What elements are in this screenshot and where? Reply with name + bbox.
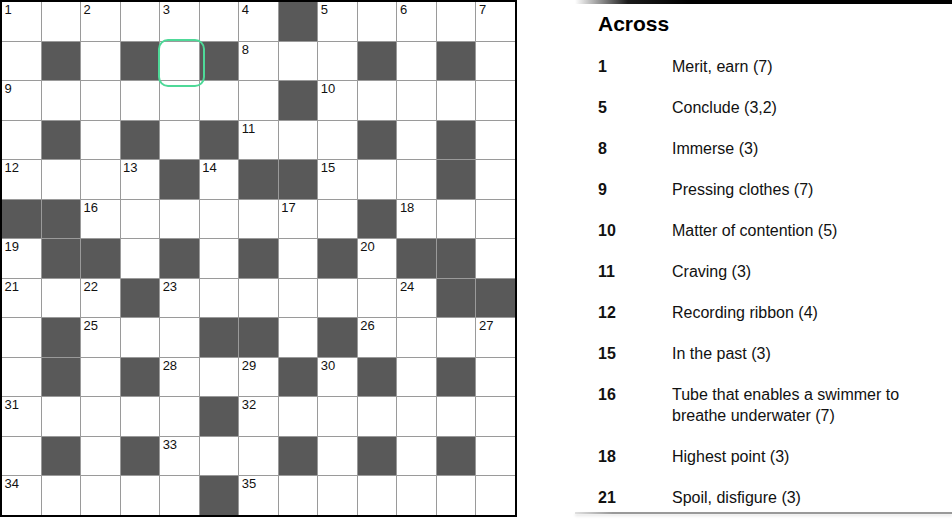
grid-cell-r6c9[interactable] <box>318 200 357 239</box>
grid-cell-r2c1[interactable] <box>2 42 41 81</box>
grid-cell-r7c11 <box>397 239 436 278</box>
grid-cell-r3c1[interactable]: 9 <box>2 81 41 120</box>
crossword-board: 1234567891011121314151617181920212223242… <box>0 0 517 517</box>
cell-number: 23 <box>163 280 177 294</box>
grid-cell-r7c8[interactable] <box>279 239 318 278</box>
grid-cell-r10c4 <box>121 358 160 397</box>
grid-cell-r12c3[interactable] <box>81 437 120 476</box>
cell-number: 10 <box>321 82 335 96</box>
grid-cell-r10c5[interactable]: 28 <box>160 358 199 397</box>
grid-cell-r8c6[interactable] <box>200 279 239 318</box>
cell-number: 28 <box>163 359 177 373</box>
cell-number: 18 <box>400 201 414 215</box>
grid-cell-r4c5[interactable] <box>160 121 199 160</box>
grid-cell-r3c6[interactable] <box>200 81 239 120</box>
clue-item-5[interactable]: 5Conclude (3,2) <box>598 97 952 118</box>
cell-number: 29 <box>242 359 256 373</box>
grid-cell-r10c12 <box>437 358 476 397</box>
grid-cell-r12c2 <box>42 437 81 476</box>
cell-number: 6 <box>400 3 407 17</box>
grid-cell-r2c8[interactable] <box>279 42 318 81</box>
cell-number: 22 <box>84 280 98 294</box>
grid-cell-r5c1[interactable]: 12 <box>2 160 41 199</box>
grid-cell-r11c5[interactable] <box>160 397 199 436</box>
grid-cell-r3c8 <box>279 81 318 120</box>
grid-cell-r7c13[interactable] <box>476 239 515 278</box>
panel-bottom-border <box>575 512 952 514</box>
grid-cell-r6c6[interactable] <box>200 200 239 239</box>
clue-item-1[interactable]: 1Merit, earn (7) <box>598 56 952 77</box>
clue-number: 10 <box>598 220 672 241</box>
grid-cell-r12c6[interactable] <box>200 437 239 476</box>
grid-cell-r1c11[interactable]: 6 <box>397 2 436 41</box>
grid-cell-r9c7 <box>239 318 278 357</box>
grid-cell-r9c9 <box>318 318 357 357</box>
cell-number: 30 <box>321 359 335 373</box>
grid-cell-r9c5[interactable] <box>160 318 199 357</box>
grid-cell-r10c6[interactable] <box>200 358 239 397</box>
grid-cell-r9c4[interactable] <box>121 318 160 357</box>
clue-text: Highest point (3) <box>672 446 944 467</box>
grid-cell-r13c12[interactable] <box>437 476 476 515</box>
grid-cell-r7c10[interactable]: 20 <box>358 239 397 278</box>
grid-cell-r6c1 <box>2 200 41 239</box>
clue-text: Pressing clothes (7) <box>672 179 944 200</box>
grid-cell-r4c8[interactable] <box>279 121 318 160</box>
grid-cell-r4c4 <box>121 121 160 160</box>
grid-cell-r3c2[interactable] <box>42 81 81 120</box>
clues-panel: Across 1Merit, earn (7)5Conclude (3,2)8I… <box>575 0 952 519</box>
clue-text: Recording ribbon (4) <box>672 302 944 323</box>
grid-cell-r10c11[interactable] <box>397 358 436 397</box>
cell-number: 25 <box>84 319 98 333</box>
grid-cell-r12c8 <box>279 437 318 476</box>
grid-cell-r8c7[interactable] <box>239 279 278 318</box>
grid-cell-r11c2[interactable] <box>42 397 81 436</box>
clue-number: 5 <box>598 97 672 118</box>
grid-cell-r3c12[interactable] <box>437 81 476 120</box>
grid-cell-r12c5[interactable]: 33 <box>160 437 199 476</box>
grid-cell-r4c6 <box>200 121 239 160</box>
cell-number: 33 <box>163 438 177 452</box>
cell-number: 20 <box>360 240 374 254</box>
grid-cell-r12c11[interactable] <box>397 437 436 476</box>
grid-cell-r3c11[interactable] <box>397 81 436 120</box>
clue-text: Craving (3) <box>672 261 944 282</box>
cell-number: 12 <box>5 161 19 175</box>
grid-cell-r13c7[interactable]: 35 <box>239 476 278 515</box>
grid-cell-r1c13[interactable]: 7 <box>476 2 515 41</box>
grid-cell-r10c7[interactable]: 29 <box>239 358 278 397</box>
clue-text: Tube that enables a swimmer to breathe u… <box>672 384 944 426</box>
grid-cell-r12c12 <box>437 437 476 476</box>
grid-cell-r6c5[interactable] <box>160 200 199 239</box>
grid-cell-r7c4[interactable] <box>121 239 160 278</box>
grid-cell-r11c4[interactable] <box>121 397 160 436</box>
cell-number: 1 <box>5 3 12 17</box>
grid-cell-r10c10 <box>358 358 397 397</box>
cell-number: 8 <box>242 43 249 57</box>
grid-cell-r13c4[interactable] <box>121 476 160 515</box>
grid-cell-r8c13 <box>476 279 515 318</box>
clue-item-8[interactable]: 8Immerse (3) <box>598 138 952 159</box>
grid-cell-r5c11[interactable] <box>397 160 436 199</box>
grid-cell-r5c7 <box>239 160 278 199</box>
grid-cell-r6c4[interactable] <box>121 200 160 239</box>
grid-cell-r5c3[interactable] <box>81 160 120 199</box>
clue-text: Matter of contention (5) <box>672 220 944 241</box>
cell-number: 5 <box>321 3 328 17</box>
clue-text: Immerse (3) <box>672 138 944 159</box>
grid-cell-r13c8[interactable] <box>279 476 318 515</box>
grid-cell-r7c6[interactable] <box>200 239 239 278</box>
grid-cell-r1c2[interactable] <box>42 2 81 41</box>
grid-cell-r1c7[interactable]: 4 <box>239 2 278 41</box>
grid-cell-r13c11[interactable] <box>397 476 436 515</box>
cell-number: 16 <box>84 201 98 215</box>
grid-cell-r2c7[interactable]: 8 <box>239 42 278 81</box>
grid-cell-r1c5[interactable]: 3 <box>160 2 199 41</box>
panel-top-border <box>575 0 952 4</box>
grid-cell-r9c11[interactable] <box>397 318 436 357</box>
grid-cell-r2c4 <box>121 42 160 81</box>
grid-cell-r8c5[interactable]: 23 <box>160 279 199 318</box>
grid-cell-r3c5[interactable] <box>160 81 199 120</box>
grid-cell-r13c9[interactable] <box>318 476 357 515</box>
grid-cell-r1c3[interactable]: 2 <box>81 2 120 41</box>
grid-cell-r11c13[interactable] <box>476 397 515 436</box>
grid-cell-r7c12 <box>437 239 476 278</box>
grid-cell-r11c7[interactable]: 32 <box>239 397 278 436</box>
grid-cell-r9c8[interactable] <box>279 318 318 357</box>
grid-cell-r7c3 <box>81 239 120 278</box>
clue-item-10[interactable]: 10Matter of contention (5) <box>598 220 952 241</box>
grid-cell-r12c1[interactable] <box>2 437 41 476</box>
grid-cell-r9c13[interactable]: 27 <box>476 318 515 357</box>
grid-cell-r5c2[interactable] <box>42 160 81 199</box>
cell-number: 17 <box>281 201 295 215</box>
cell-number: 27 <box>479 319 493 333</box>
grid-cell-r12c4 <box>121 437 160 476</box>
grid-cell-r11c10[interactable] <box>358 397 397 436</box>
grid-cell-r8c2[interactable] <box>42 279 81 318</box>
grid-cell-r9c1[interactable] <box>2 318 41 357</box>
grid-cell-r1c10[interactable] <box>358 2 397 41</box>
grid-cell-r4c3[interactable] <box>81 121 120 160</box>
clue-number: 15 <box>598 343 672 364</box>
grid-cell-r8c4 <box>121 279 160 318</box>
grid-cell-r10c8 <box>279 358 318 397</box>
clue-list: 1Merit, earn (7)5Conclude (3,2)8Immerse … <box>598 56 952 508</box>
grid-cell-r6c3[interactable]: 16 <box>81 200 120 239</box>
grid-cell-r2c2 <box>42 42 81 81</box>
grid-cell-r7c2 <box>42 239 81 278</box>
grid-cell-r6c8[interactable]: 17 <box>279 200 318 239</box>
grid-cell-r11c11[interactable] <box>397 397 436 436</box>
clue-number: 12 <box>598 302 672 323</box>
grid-cell-r13c5[interactable] <box>160 476 199 515</box>
grid-cell-r4c10 <box>358 121 397 160</box>
cell-number: 19 <box>5 240 19 254</box>
grid-cell-r5c13[interactable] <box>476 160 515 199</box>
grid-cell-r3c10[interactable] <box>358 81 397 120</box>
clue-item-15[interactable]: 15In the past (3) <box>598 343 952 364</box>
grid-cell-r13c10[interactable] <box>358 476 397 515</box>
grid-cell-r1c8 <box>279 2 318 41</box>
grid-cell-r6c7[interactable] <box>239 200 278 239</box>
grid-cell-r2c11[interactable] <box>397 42 436 81</box>
grid-cell-r5c8 <box>279 160 318 199</box>
grid-cell-r4c12 <box>437 121 476 160</box>
grid-cell-r4c11[interactable] <box>397 121 436 160</box>
grid-cell-r7c9 <box>318 239 357 278</box>
grid-cell-r4c1[interactable] <box>2 121 41 160</box>
clue-item-18[interactable]: 18Highest point (3) <box>598 446 952 467</box>
clue-item-12[interactable]: 12Recording ribbon (4) <box>598 302 952 323</box>
grid-cell-r5c9[interactable]: 15 <box>318 160 357 199</box>
cell-number: 7 <box>479 3 486 17</box>
grid-cell-r9c3[interactable]: 25 <box>81 318 120 357</box>
clue-item-21[interactable]: 21Spoil, disfigure (3) <box>598 487 952 508</box>
grid-cell-r9c12[interactable] <box>437 318 476 357</box>
grid-cell-r10c1[interactable] <box>2 358 41 397</box>
grid-cell-r6c13[interactable] <box>476 200 515 239</box>
grid-cell-r8c9[interactable] <box>318 279 357 318</box>
grid-cell-r1c6[interactable] <box>200 2 239 41</box>
grid-cell-r12c10 <box>358 437 397 476</box>
grid-cell-r4c2 <box>42 121 81 160</box>
grid-cell-r7c5 <box>160 239 199 278</box>
grid-cell-r7c7 <box>239 239 278 278</box>
cell-number: 4 <box>242 3 249 17</box>
grid-cell-r2c10 <box>358 42 397 81</box>
grid-cell-r9c10[interactable]: 26 <box>358 318 397 357</box>
grid-cell-r6c2 <box>42 200 81 239</box>
grid-cell-r13c6 <box>200 476 239 515</box>
cell-number: 26 <box>360 319 374 333</box>
clue-item-9[interactable]: 9Pressing clothes (7) <box>598 179 952 200</box>
grid-cell-r2c5[interactable] <box>160 42 199 81</box>
cell-number: 24 <box>400 280 414 294</box>
grid-cell-r6c10 <box>358 200 397 239</box>
grid-cell-r12c13[interactable] <box>476 437 515 476</box>
grid-cell-r2c13[interactable] <box>476 42 515 81</box>
grid-cell-r12c9[interactable] <box>318 437 357 476</box>
grid-cell-r5c12 <box>437 160 476 199</box>
grid-cell-r10c2 <box>42 358 81 397</box>
clue-number: 11 <box>598 261 672 282</box>
grid-cell-r4c7[interactable]: 11 <box>239 121 278 160</box>
grid-cell-r1c1[interactable]: 1 <box>2 2 41 41</box>
grid-cell-r11c1[interactable]: 31 <box>2 397 41 436</box>
grid-cell-r1c4[interactable] <box>121 2 160 41</box>
grid-cell-r5c6[interactable]: 14 <box>200 160 239 199</box>
grid-cell-r3c7[interactable] <box>239 81 278 120</box>
grid-cell-r9c2 <box>42 318 81 357</box>
clue-item-11[interactable]: 11Craving (3) <box>598 261 952 282</box>
grid-cell-r2c3[interactable] <box>81 42 120 81</box>
grid-cell-r3c13[interactable] <box>476 81 515 120</box>
clue-number: 8 <box>598 138 672 159</box>
grid-cell-r11c6 <box>200 397 239 436</box>
grid-cell-r3c3[interactable] <box>81 81 120 120</box>
cell-number: 31 <box>5 398 19 412</box>
grid-cell-r10c3[interactable] <box>81 358 120 397</box>
clues-heading: Across <box>598 12 952 36</box>
grid-cell-r3c9[interactable]: 10 <box>318 81 357 120</box>
grid-cell-r2c9[interactable] <box>318 42 357 81</box>
grid-cell-r8c3[interactable]: 22 <box>81 279 120 318</box>
clue-text: Conclude (3,2) <box>672 97 944 118</box>
cell-number: 32 <box>242 398 256 412</box>
cell-number: 3 <box>163 3 170 17</box>
grid-cell-r11c12[interactable] <box>437 397 476 436</box>
grid-cell-r2c6 <box>200 42 239 81</box>
grid-cell-r11c3[interactable] <box>81 397 120 436</box>
clue-number: 1 <box>598 56 672 77</box>
clue-text: Merit, earn (7) <box>672 56 944 77</box>
grid-cell-r4c9[interactable] <box>318 121 357 160</box>
clue-text: Spoil, disfigure (3) <box>672 487 944 508</box>
cell-number: 2 <box>84 3 91 17</box>
grid-cell-r7c1[interactable]: 19 <box>2 239 41 278</box>
cell-number: 21 <box>5 280 19 294</box>
cell-number: 11 <box>242 122 256 136</box>
grid-cell-r9c6 <box>200 318 239 357</box>
grid-cell-r5c5 <box>160 160 199 199</box>
grid-cell-r3c4[interactable] <box>121 81 160 120</box>
clue-number: 21 <box>598 487 672 508</box>
grid-cell-r1c12[interactable] <box>437 2 476 41</box>
grid-cell-r6c11[interactable]: 18 <box>397 200 436 239</box>
clue-number: 16 <box>598 384 672 426</box>
grid-cell-r8c10[interactable] <box>358 279 397 318</box>
grid-cell-r5c10[interactable] <box>358 160 397 199</box>
cell-number: 15 <box>321 161 335 175</box>
grid-cell-r6c12[interactable] <box>437 200 476 239</box>
cell-number: 35 <box>242 477 256 491</box>
grid-cell-r2c12 <box>437 42 476 81</box>
grid-cell-r8c1[interactable]: 21 <box>2 279 41 318</box>
clue-number: 9 <box>598 179 672 200</box>
cell-number: 13 <box>123 161 137 175</box>
grid-cell-r13c13[interactable] <box>476 476 515 515</box>
grid-cell-r13c3[interactable] <box>81 476 120 515</box>
grid-cell-r11c9[interactable] <box>318 397 357 436</box>
grid-cell-r5c4[interactable]: 13 <box>121 160 160 199</box>
grid-cell-r12c7[interactable] <box>239 437 278 476</box>
cell-number: 14 <box>202 161 216 175</box>
cell-number: 34 <box>5 477 19 491</box>
grid-cell-r10c13[interactable] <box>476 358 515 397</box>
grid-cell-r13c1[interactable]: 34 <box>2 476 41 515</box>
grid-cell-r10c9[interactable]: 30 <box>318 358 357 397</box>
cell-number: 9 <box>5 82 12 96</box>
grid-cell-r11c8[interactable] <box>279 397 318 436</box>
clue-text: In the past (3) <box>672 343 944 364</box>
grid-cell-r8c12 <box>437 279 476 318</box>
grid-cell-r1c9[interactable]: 5 <box>318 2 357 41</box>
grid-cell-r8c11[interactable]: 24 <box>397 279 436 318</box>
grid-cell-r4c13[interactable] <box>476 121 515 160</box>
grid-cell-r13c2[interactable] <box>42 476 81 515</box>
clue-item-16[interactable]: 16Tube that enables a swimmer to breathe… <box>598 384 952 426</box>
clue-number: 18 <box>598 446 672 467</box>
grid-cell-r8c8[interactable] <box>279 279 318 318</box>
